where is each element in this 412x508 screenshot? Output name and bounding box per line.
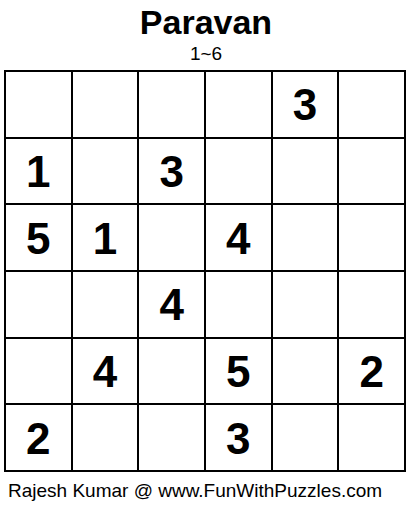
grid-cell-r2c2[interactable] (73, 139, 138, 204)
grid-cell-r6c3[interactable] (139, 405, 204, 470)
grid-cell-r3c4: 4 (206, 205, 271, 270)
grid-cell-r5c5[interactable] (273, 339, 338, 404)
grid-cell-r2c6[interactable] (339, 139, 404, 204)
grid-cell-r2c4[interactable] (206, 139, 271, 204)
grid-cell-r2c5[interactable] (273, 139, 338, 204)
grid-cell-r1c5: 3 (273, 72, 338, 137)
grid-cell-r5c2: 4 (73, 339, 138, 404)
grid-cell-r5c1[interactable] (6, 339, 71, 404)
grid-cell-r4c1[interactable] (6, 272, 71, 337)
grid-cell-r4c6[interactable] (339, 272, 404, 337)
grid-cell-r4c2[interactable] (73, 272, 138, 337)
grid-cell-r6c4: 3 (206, 405, 271, 470)
grid-cell-r6c6[interactable] (339, 405, 404, 470)
puzzle-title: Paravan (0, 2, 412, 42)
grid-cell-r1c3[interactable] (139, 72, 204, 137)
grid-cell-r6c1: 2 (6, 405, 71, 470)
grid-cell-r6c5[interactable] (273, 405, 338, 470)
grid-cell-r3c1: 5 (6, 205, 71, 270)
grid-cell-r1c1[interactable] (6, 72, 71, 137)
grid-cell-r4c5[interactable] (273, 272, 338, 337)
grid-cell-r3c3[interactable] (139, 205, 204, 270)
grid-cell-r5c4: 5 (206, 339, 271, 404)
grid-cell-r5c3[interactable] (139, 339, 204, 404)
puzzle-number-range: 1~6 (0, 43, 412, 65)
grid-cell-r1c4[interactable] (206, 72, 271, 137)
grid-cell-r4c3: 4 (139, 272, 204, 337)
grid-cell-r3c6[interactable] (339, 205, 404, 270)
grid-cell-r4c4[interactable] (206, 272, 271, 337)
grid-cell-r2c1: 1 (6, 139, 71, 204)
grid-cell-r3c5[interactable] (273, 205, 338, 270)
grid-cell-r3c2: 1 (73, 205, 138, 270)
puzzle-page: Paravan 1~6 313514445223 Rajesh Kumar @ … (0, 2, 412, 472)
grid-cell-r2c3: 3 (139, 139, 204, 204)
credit-text: Rajesh Kumar @ www.FunWithPuzzles.com (8, 480, 382, 502)
grid-cell-r1c2[interactable] (73, 72, 138, 137)
grid-cell-r6c2[interactable] (73, 405, 138, 470)
puzzle-grid: 313514445223 (4, 70, 406, 472)
grid-cell-r1c6[interactable] (339, 72, 404, 137)
grid-cell-r5c6: 2 (339, 339, 404, 404)
